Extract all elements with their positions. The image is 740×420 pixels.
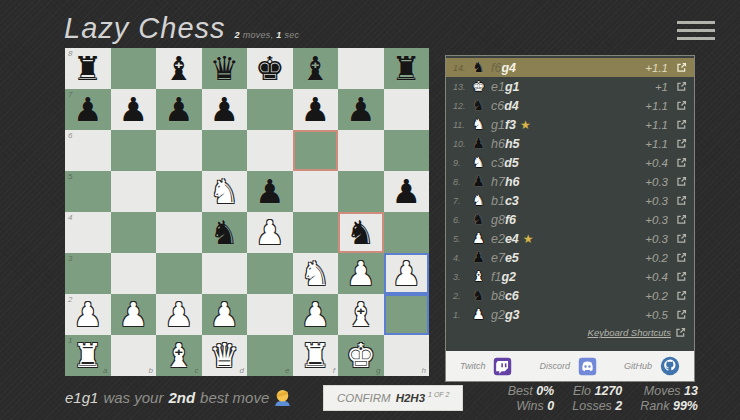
move-text: f6g4 [491, 61, 516, 75]
white-pawn-b2: ♟ [111, 294, 157, 335]
move-number: 10. [453, 139, 470, 149]
white-bishop-icon: ♝ [470, 268, 487, 285]
move-number: 4. [453, 253, 470, 263]
square-a1[interactable]: 1a♜ [65, 335, 111, 376]
square-c6[interactable] [156, 130, 202, 171]
discord-icon [578, 357, 597, 376]
square-h2[interactable] [384, 294, 430, 335]
black-rook-h8: ♜ [384, 48, 430, 89]
white-pawn-g3: ♟ [338, 253, 384, 294]
square-g4[interactable]: ♞ [338, 212, 384, 253]
square-g3[interactable]: ♟ [338, 253, 384, 294]
move-to: d5 [504, 156, 519, 170]
square-g6[interactable] [338, 130, 384, 171]
square-d4[interactable]: ♞ [202, 212, 248, 253]
black-pawn-a7: ♟ [65, 89, 111, 130]
square-d6[interactable] [202, 130, 248, 171]
rank-label-6: 6 [68, 131, 72, 140]
black-pawn-icon: ♟ [470, 135, 487, 152]
move-from: b8 [491, 289, 505, 303]
square-d7[interactable]: ♟ [202, 89, 248, 130]
move-eval: +0.4 [645, 271, 668, 283]
square-h5[interactable]: ♟ [384, 171, 430, 212]
black-knight-d4: ♞ [202, 212, 248, 253]
message-move: e1g1 [65, 389, 98, 406]
move-text: c3d5 [491, 156, 519, 170]
black-knight-g4: ♞ [338, 212, 384, 253]
square-d2[interactable]: ♟ [202, 294, 248, 335]
file-label-e: e [285, 366, 289, 375]
move-to: h5 [505, 137, 520, 151]
move-text: h7h6 [491, 175, 520, 189]
square-f5[interactable] [293, 171, 339, 212]
rank-label-3: 3 [68, 254, 72, 263]
app-header: Lazy Chess 2 moves, 1 sec [64, 12, 299, 45]
square-b2[interactable]: ♟ [111, 294, 157, 335]
square-e4[interactable]: ♟ [247, 212, 293, 253]
white-pawn-c2: ♟ [156, 294, 202, 335]
move-history-panel: 14.♞f6g4+1.113.♚e1g1+112.♞c6d4+1.111.♞g1… [445, 55, 695, 382]
confirm-move-button[interactable]: CONFIRM H2H3 1 OF 2 [323, 385, 463, 411]
square-g1[interactable]: g♚ [338, 335, 384, 376]
external-link-icon[interactable] [676, 157, 687, 168]
black-pawn-c7: ♟ [156, 89, 202, 130]
external-link-icon[interactable] [676, 309, 687, 320]
square-h7[interactable] [384, 89, 430, 130]
square-c4[interactable] [156, 212, 202, 253]
move-to: g1 [505, 80, 520, 94]
external-link-icon [675, 327, 686, 338]
square-b6[interactable] [111, 130, 157, 171]
move-eval: +0.3 [645, 176, 668, 188]
external-link-icon[interactable] [676, 214, 687, 225]
square-d5[interactable]: ♞ [202, 171, 248, 212]
white-knight-d5: ♞ [202, 171, 248, 212]
external-link-icon[interactable] [676, 233, 687, 244]
move-eval: +0.5 [645, 309, 668, 321]
square-e6[interactable] [247, 130, 293, 171]
square-e1[interactable]: e [247, 335, 293, 376]
move-text: h6h5 [491, 137, 520, 151]
subtitle-moves-count: 2 [235, 30, 240, 40]
square-a2[interactable]: 2♟ [65, 294, 111, 335]
rank-label-4: 4 [68, 213, 72, 222]
square-f2[interactable]: ♟ [293, 294, 339, 335]
black-knight-icon: ♞ [470, 211, 487, 228]
social-bar: Twitch Discord GitHub [446, 351, 694, 381]
square-e2[interactable] [247, 294, 293, 335]
square-e8[interactable]: ♚ [247, 48, 293, 89]
github-icon [660, 356, 680, 376]
square-b7[interactable]: ♟ [111, 89, 157, 130]
move-text: b8c6 [491, 289, 519, 303]
square-e5[interactable]: ♟ [247, 171, 293, 212]
square-e3[interactable] [247, 253, 293, 294]
move-from: e1 [491, 80, 505, 94]
white-queen-d1: ♛ [202, 335, 248, 376]
move-eval: +0.2 [645, 290, 668, 302]
move-text: c6d4 [491, 99, 519, 113]
best-move-star-icon: ★ [520, 118, 531, 132]
best-move-star-icon: ★ [523, 232, 534, 246]
external-link-icon[interactable] [676, 271, 687, 282]
move-row-g8f6[interactable]: 6.♞g8f6+0.3 [446, 210, 694, 229]
square-d1[interactable]: d♛ [202, 335, 248, 376]
square-f3[interactable]: ♞ [293, 253, 339, 294]
square-d8[interactable]: ♛ [202, 48, 248, 89]
black-bishop-f8: ♝ [293, 48, 339, 89]
black-knight-icon: ♞ [470, 287, 487, 304]
move-text: g2g3 [491, 308, 520, 322]
square-b5[interactable] [111, 171, 157, 212]
square-h3[interactable]: ♟ [384, 253, 430, 294]
white-knight-icon: ♞ [470, 192, 487, 209]
move-to: d4 [504, 99, 519, 113]
move-to: f6 [505, 213, 516, 227]
square-h6[interactable] [384, 130, 430, 171]
hamburger-menu-icon[interactable] [677, 21, 715, 40]
square-a8[interactable]: 8♜ [65, 48, 111, 89]
move-eval: +0.3 [645, 195, 668, 207]
white-bishop-g2: ♝ [338, 294, 384, 335]
white-pawn-a2: ♟ [65, 294, 111, 335]
square-h1[interactable]: h [384, 335, 430, 376]
move-row-b8c6[interactable]: 2.♞b8c6+0.2 [446, 286, 694, 305]
move-number: 7. [453, 196, 470, 206]
move-number: 8. [453, 177, 470, 187]
square-c3[interactable] [156, 253, 202, 294]
move-eval: +1.1 [645, 100, 668, 112]
move-to: g3 [505, 308, 520, 322]
move-from: g8 [491, 213, 505, 227]
black-pawn-d7: ♟ [202, 89, 248, 130]
move-row-c3d5[interactable]: 9.♞c3d5+0.4 [446, 153, 694, 172]
move-number: 11. [453, 120, 470, 130]
move-eval: +0.3 [645, 233, 668, 245]
external-link-icon[interactable] [676, 119, 687, 130]
white-pawn-h3: ♟ [384, 253, 430, 294]
move-to: e4 [505, 232, 519, 246]
black-pawn-icon: ♟ [470, 249, 487, 266]
hamburger-bar [677, 29, 715, 32]
twitch-link[interactable]: Twitch [460, 357, 512, 376]
stats-panel: Best 0% Elo 1270 Moves 13 Wins 0 Losses … [508, 384, 698, 413]
move-eval: +1.1 [645, 138, 668, 150]
square-c5[interactable] [156, 171, 202, 212]
stat-rank: Rank 99% [640, 399, 698, 413]
stat-best: Best 0% [508, 384, 555, 398]
external-link-icon[interactable] [676, 138, 687, 149]
confirm-move-text: H2H3 [396, 392, 425, 404]
external-link-icon[interactable] [676, 252, 687, 263]
move-number: 14. [453, 63, 470, 73]
hamburger-bar [677, 21, 715, 24]
white-rook-a1: ♜ [65, 335, 111, 376]
black-pawn-icon: ♟ [470, 173, 487, 190]
move-number: 9. [453, 158, 470, 168]
square-b3[interactable] [111, 253, 157, 294]
move-number: 13. [453, 82, 470, 92]
move-eval: +1.1 [645, 62, 668, 74]
discord-label: Discord [539, 361, 570, 371]
move-row-e2e4[interactable]: 5.♟e2e4★+0.3 [446, 229, 694, 248]
move-text: f1g2 [491, 270, 516, 284]
move-number: 6. [453, 215, 470, 225]
external-link-icon[interactable] [676, 62, 687, 73]
white-knight-icon: ♞ [470, 154, 487, 171]
white-pawn-icon: ♟ [470, 230, 487, 247]
move-to: e5 [505, 251, 519, 265]
square-f6[interactable] [293, 130, 339, 171]
move-list: 14.♞f6g4+1.113.♚e1g1+112.♞c6d4+1.111.♞g1… [446, 56, 694, 324]
black-queen-d8: ♛ [202, 48, 248, 89]
move-to: g4 [501, 61, 516, 75]
square-b4[interactable] [111, 212, 157, 253]
file-label-b: b [149, 366, 153, 375]
square-f7[interactable]: ♟ [293, 89, 339, 130]
move-text: e1g1 [491, 80, 520, 94]
move-row-c6d4[interactable]: 12.♞c6d4+1.1 [446, 96, 694, 115]
white-pawn-icon: ♟ [470, 306, 487, 323]
github-link[interactable]: GitHub [624, 356, 680, 376]
white-rook-f1: ♜ [293, 335, 339, 376]
subtitle-time-label: sec [284, 30, 299, 40]
square-d3[interactable] [202, 253, 248, 294]
move-text: g1f3 [491, 118, 516, 132]
github-label: GitHub [624, 361, 652, 371]
square-g8[interactable] [338, 48, 384, 89]
square-b1[interactable]: b [111, 335, 157, 376]
message-rank: 2nd [168, 389, 195, 406]
square-c8[interactable]: ♝ [156, 48, 202, 89]
square-a4[interactable]: 4 [65, 212, 111, 253]
square-g5[interactable] [338, 171, 384, 212]
message-tail: best move [200, 389, 269, 406]
external-link-icon[interactable] [676, 100, 687, 111]
move-row-b1c3[interactable]: 7.♞b1c3+0.3 [446, 191, 694, 210]
app-title: Lazy Chess [64, 12, 226, 45]
move-text: e2e4 [491, 232, 519, 246]
move-from: g1 [491, 118, 505, 132]
move-row-h6h5[interactable]: 10.♟h6h5+1.1 [446, 134, 694, 153]
move-number: 1. [453, 310, 470, 320]
file-label-h: h [422, 366, 426, 375]
keyboard-shortcuts-label: Keyboard Shortcuts [588, 327, 671, 338]
stat-moves: Moves 13 [640, 384, 698, 398]
black-pawn-e5: ♟ [247, 171, 293, 212]
white-bishop-c1: ♝ [156, 335, 202, 376]
move-number: 2. [453, 291, 470, 301]
black-rook-a8: ♜ [65, 48, 111, 89]
best-move-message: e1g1 was your 2nd best move [65, 389, 291, 406]
white-knight-f3: ♞ [293, 253, 339, 294]
chess-board: 8♜♝♛♚♝♜7♟♟♟♟♟♟65♞♟♟4♞♟♞3♞♟♟2♟♟♟♟♟♝1a♜bc♝… [65, 48, 429, 376]
twitch-label: Twitch [460, 361, 485, 371]
move-row-h7h6[interactable]: 8.♟h7h6+0.3 [446, 172, 694, 191]
white-knight-icon: ♞ [470, 116, 487, 133]
external-link-icon[interactable] [676, 290, 687, 301]
move-from: b1 [491, 194, 505, 208]
move-row-e7e5[interactable]: 4.♟e7e5+0.2 [446, 248, 694, 267]
black-pawn-b7: ♟ [111, 89, 157, 130]
message-mid: was your [103, 389, 163, 406]
move-from: e7 [491, 251, 505, 265]
move-eval: +0.4 [645, 157, 668, 169]
stat-wins: Wins 0 [508, 399, 555, 413]
black-knight-icon: ♞ [470, 97, 487, 114]
square-h4[interactable] [384, 212, 430, 253]
move-to: g2 [501, 270, 516, 284]
square-a7[interactable]: 7♟ [65, 89, 111, 130]
square-g7[interactable]: ♟ [338, 89, 384, 130]
square-a5[interactable]: 5 [65, 171, 111, 212]
move-number: 5. [453, 234, 470, 244]
move-row-f1g2[interactable]: 3.♝f1g2+0.4 [446, 267, 694, 286]
stat-losses: Losses 2 [572, 399, 622, 413]
move-to: h6 [505, 175, 520, 189]
move-to: c6 [505, 289, 519, 303]
square-f1[interactable]: f♜ [293, 335, 339, 376]
white-pawn-d2: ♟ [202, 294, 248, 335]
external-link-icon[interactable] [676, 176, 687, 187]
white-pawn-e4: ♟ [247, 212, 293, 253]
move-from: c6 [491, 99, 504, 113]
confirm-counter: 1 OF 2 [428, 391, 449, 398]
square-c2[interactable]: ♟ [156, 294, 202, 335]
square-c1[interactable]: c♝ [156, 335, 202, 376]
move-row-f6g4[interactable]: 14.♞f6g4+1.1 [446, 58, 694, 77]
app-subtitle: 2 moves, 1 sec [235, 30, 300, 40]
move-from: f1 [491, 270, 501, 284]
move-from: g2 [491, 308, 505, 322]
black-bishop-c8: ♝ [156, 48, 202, 89]
black-knight-icon: ♞ [470, 59, 487, 76]
move-to: c3 [505, 194, 519, 208]
square-c7[interactable]: ♟ [156, 89, 202, 130]
move-row-g2g3[interactable]: 1.♟g2g3+0.5 [446, 305, 694, 324]
move-eval: +0.3 [645, 214, 668, 226]
stat-elo: Elo 1270 [572, 384, 622, 398]
move-eval: +0.2 [645, 252, 668, 264]
white-king-g1: ♚ [338, 335, 384, 376]
facepalm-emoji [274, 389, 291, 406]
white-king-icon: ♚ [470, 78, 487, 95]
external-link-icon[interactable] [676, 195, 687, 206]
square-g2[interactable]: ♝ [338, 294, 384, 335]
square-b8[interactable] [111, 48, 157, 89]
square-h8[interactable]: ♜ [384, 48, 430, 89]
keyboard-shortcuts-link[interactable]: Keyboard Shortcuts [446, 324, 694, 341]
external-link-icon[interactable] [676, 81, 687, 92]
white-pawn-f2: ♟ [293, 294, 339, 335]
move-number: 12. [453, 101, 470, 111]
black-pawn-g7: ♟ [338, 89, 384, 130]
move-from: c3 [491, 156, 504, 170]
move-from: h6 [491, 137, 505, 151]
black-pawn-h5: ♟ [384, 171, 430, 212]
twitch-icon [493, 357, 512, 376]
move-text: e7e5 [491, 251, 519, 265]
subtitle-time-count: 1 [276, 30, 281, 40]
square-f4[interactable] [293, 212, 339, 253]
move-number: 3. [453, 272, 470, 282]
rank-label-5: 5 [68, 172, 72, 181]
confirm-prefix: CONFIRM [337, 392, 391, 404]
move-text: g8f6 [491, 213, 516, 227]
discord-link[interactable]: Discord [539, 357, 597, 376]
black-king-e8: ♚ [247, 48, 293, 89]
hamburger-bar [677, 37, 715, 40]
move-eval: +1 [655, 81, 668, 93]
square-f8[interactable]: ♝ [293, 48, 339, 89]
move-from: e2 [491, 232, 505, 246]
move-from: h7 [491, 175, 505, 189]
subtitle-moves-label: moves, [243, 30, 274, 40]
move-to: f3 [505, 118, 516, 132]
square-a6[interactable]: 6 [65, 130, 111, 171]
move-eval: +1.1 [645, 119, 668, 131]
square-e7[interactable] [247, 89, 293, 130]
move-from: f6 [491, 61, 501, 75]
square-a3[interactable]: 3 [65, 253, 111, 294]
move-row-e1g1[interactable]: 13.♚e1g1+1 [446, 77, 694, 96]
move-row-g1f3[interactable]: 11.♞g1f3★+1.1 [446, 115, 694, 134]
move-text: b1c3 [491, 194, 519, 208]
black-pawn-f7: ♟ [293, 89, 339, 130]
